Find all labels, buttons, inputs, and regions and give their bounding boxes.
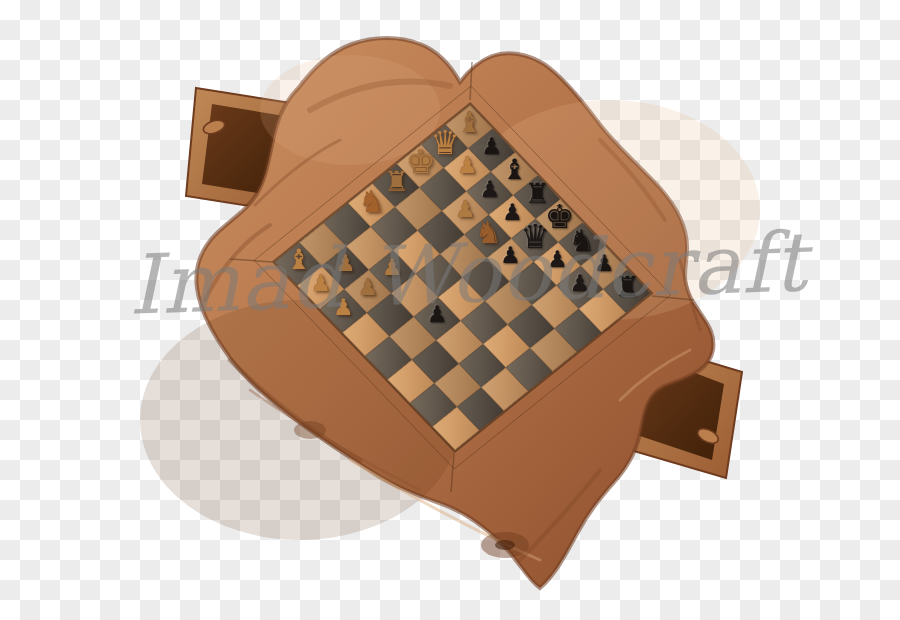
piece-bP: ♟ [480,178,501,201]
piece-bP: ♟ [500,244,521,267]
piece-bP: ♟ [481,135,502,158]
piece-wP: ♟ [335,252,356,275]
piece-bP: ♟ [547,248,568,271]
piece-bP: ♟ [427,303,448,326]
piece-wB: ♝ [457,109,482,137]
piece-wP: ♟ [457,154,478,177]
piece-wP: ♟ [311,272,332,295]
piece-bP: ♟ [570,272,591,295]
piece-wP: ♟ [455,197,476,220]
piece-bP: ♟ [594,252,615,275]
piece-bN: ♞ [568,225,595,255]
piece-wP: ♟ [358,276,379,299]
piece-bR: ♜ [614,273,639,301]
piece-bB: ♝ [502,156,527,184]
piece-wP: ♟ [333,295,354,318]
product-photo: ♝♞♜♚♛♝♟♟♟♟♟♟♟♟♟♝♞♟♜♟♟♛♚♟♞♟♟♜ Imad Woodcr… [0,0,900,620]
piece-wP: ♟ [382,256,403,279]
